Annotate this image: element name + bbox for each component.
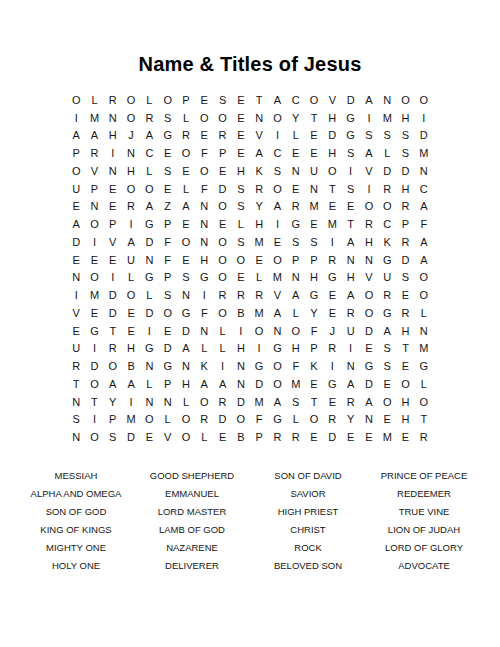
worksheet-page: Name & Titles of Jesus OLROLOPESETACOVDA… [0,0,500,647]
grid-cell: I [250,340,268,358]
grid-cell: O [140,180,158,198]
grid-cell: P [305,340,323,358]
grid-cell: L [287,411,305,429]
grid-cell: S [305,233,323,251]
grid-cell: O [140,411,158,429]
grid-cell: S [378,127,396,145]
grid-cell: I [341,162,359,180]
grid-cell: O [268,180,286,198]
grid-cell: O [415,269,433,287]
grid-cell: A [122,233,140,251]
grid-cell: L [378,144,396,162]
grid-cell: N [232,375,250,393]
grid-cell: F [195,304,213,322]
grid-cell: T [104,322,122,340]
grid-cell: O [268,357,286,375]
grid-cell: Y [341,411,359,429]
grid-cell: N [140,251,158,269]
grid-cell: I [360,109,378,127]
grid-cell: O [415,393,433,411]
word-bank-item: SON OF DAVID [250,467,366,485]
grid-cell: S [287,393,305,411]
grid-cell: A [415,198,433,216]
grid-cell: D [140,304,158,322]
grid-cell: T [85,393,103,411]
word-bank-item: SAVIOR [250,485,366,503]
grid-cell: E [305,428,323,446]
grid-cell: A [195,375,213,393]
grid-cell: D [323,127,341,145]
grid-cell: S [159,162,177,180]
grid-cell: D [415,127,433,145]
grid-cell: M [85,109,103,127]
grid-cell: A [378,322,396,340]
grid-cell: D [159,340,177,358]
grid-cell: I [323,357,341,375]
word-bank-item: EMMANUEL [134,485,250,503]
grid-cell: A [177,198,195,216]
grid-cell: H [195,251,213,269]
word-bank-item: BELOVED SON [250,557,366,575]
word-bank-item: LAMB OF GOD [134,521,250,539]
grid-cell: G [159,127,177,145]
grid-cell: F [159,251,177,269]
grid-cell: E [305,127,323,145]
grid-cell: I [85,233,103,251]
grid-cell: C [378,215,396,233]
grid-cell: E [140,428,158,446]
grid-cell: E [85,251,103,269]
word-bank-item: HIGH PRIEST [250,503,366,521]
grid-cell: O [195,393,213,411]
grid-cell: A [268,393,286,411]
grid-cell: O [360,198,378,216]
grid-cell: N [378,91,396,109]
word-bank-item: REDEEMER [366,485,482,503]
grid-cell: A [140,198,158,216]
grid-cell: E [396,428,414,446]
grid-cell: L [287,127,305,145]
word-bank-item: DELIVERER [134,557,250,575]
grid-cell: S [378,340,396,358]
grid-cell: L [177,180,195,198]
grid-cell: M [250,304,268,322]
grid-cell: P [159,215,177,233]
grid-cell: G [323,269,341,287]
grid-cell: I [268,215,286,233]
grid-cell: R [104,91,122,109]
grid-cell: I [195,286,213,304]
grid-cell: G [268,411,286,429]
grid-cell: S [159,286,177,304]
grid-cell: R [378,286,396,304]
grid-cell: N [195,198,213,216]
grid-cell: R [396,304,414,322]
grid-cell: R [104,340,122,358]
grid-cell: H [104,127,122,145]
grid-cell: R [250,180,268,198]
grid-cell: G [378,304,396,322]
grid-cell: O [213,269,231,287]
grid-cell: P [213,144,231,162]
grid-cell: K [305,357,323,375]
grid-cell: B [122,357,140,375]
grid-cell: I [104,269,122,287]
grid-cell: G [140,215,158,233]
grid-cell: G [140,269,158,287]
grid-cell: N [287,269,305,287]
grid-cell: O [268,375,286,393]
grid-cell: O [415,286,433,304]
grid-cell: I [268,127,286,145]
grid-cell: I [122,393,140,411]
grid-cell: C [287,91,305,109]
grid-cell: O [287,322,305,340]
grid-cell: E [104,251,122,269]
grid-cell: E [232,269,250,287]
grid-cell: H [396,109,414,127]
grid-cell: F [305,322,323,340]
grid-cell: D [213,180,231,198]
grid-cell: G [287,215,305,233]
grid-cell: S [232,198,250,216]
grid-cell: N [104,109,122,127]
grid-cell: H [396,411,414,429]
grid-cell: N [67,269,85,287]
word-bank-item: GOOD SHEPHERD [134,467,250,485]
grid-cell: S [232,233,250,251]
grid-cell: E [104,198,122,216]
grid-cell: E [232,109,250,127]
grid-cell: D [104,304,122,322]
grid-cell: I [67,109,85,127]
grid-cell: L [85,91,103,109]
grid-cell: L [140,162,158,180]
grid-cell: D [360,322,378,340]
grid-cell: E [67,322,85,340]
grid-cell: S [378,357,396,375]
grid-cell: N [195,322,213,340]
grid-cell: O [213,198,231,216]
grid-cell: S [396,127,414,145]
grid-cell: H [323,144,341,162]
grid-cell: M [250,393,268,411]
grid-cell: I [104,144,122,162]
grid-cell: E [396,286,414,304]
grid-cell: R [415,428,433,446]
grid-cell: B [232,304,250,322]
grid-cell: H [396,180,414,198]
grid-cell: R [268,428,286,446]
grid-cell: O [122,180,140,198]
grid-cell: H [323,109,341,127]
grid-cell: N [360,411,378,429]
grid-cell: L [213,340,231,358]
grid-cell: S [341,180,359,198]
grid-cell: D [122,428,140,446]
grid-cell: N [287,162,305,180]
grid-cell: N [67,393,85,411]
grid-cell: O [378,393,396,411]
grid-cell: A [268,304,286,322]
grid-cell: E [360,340,378,358]
grid-cell: G [268,340,286,358]
grid-cell: U [341,322,359,340]
grid-cell: O [85,215,103,233]
word-bank-item: LORD MASTER [134,503,250,521]
grid-cell: A [104,375,122,393]
grid-cell: O [85,269,103,287]
grid-cell: L [122,269,140,287]
grid-cell: S [232,180,250,198]
grid-cell: N [140,393,158,411]
grid-cell: O [396,375,414,393]
grid-cell: I [122,215,140,233]
grid-cell: L [177,393,195,411]
grid-cell: A [140,127,158,145]
grid-cell: V [323,91,341,109]
grid-cell: A [213,375,231,393]
grid-cell: K [378,233,396,251]
grid-cell: E [85,304,103,322]
grid-cell: A [268,91,286,109]
grid-cell: S [67,411,85,429]
grid-cell: A [360,144,378,162]
grid-cell: T [341,215,359,233]
grid-cell: H [232,340,250,358]
word-bank-item: LION OF JUDAH [366,521,482,539]
grid-cell: S [213,91,231,109]
grid-cell: I [415,109,433,127]
grid-cell: F [415,215,433,233]
grid-cell: M [415,144,433,162]
grid-cell: T [305,109,323,127]
grid-cell: P [104,215,122,233]
grid-cell: G [85,322,103,340]
grid-cell: P [287,251,305,269]
grid-cell: D [104,286,122,304]
grid-cell: N [232,357,250,375]
grid-cell: O [360,304,378,322]
grid-cell: E [159,144,177,162]
grid-cell: U [378,269,396,287]
grid-cell: V [104,233,122,251]
grid-cell: D [67,233,85,251]
grid-cell: E [213,162,231,180]
grid-cell: E [323,393,341,411]
grid-cell: O [396,91,414,109]
grid-cell: A [360,393,378,411]
grid-cell: V [360,162,378,180]
grid-cell: O [305,91,323,109]
grid-cell: U [67,340,85,358]
word-bank-column: GOOD SHEPHERDEMMANUELLORD MASTERLAMB OF … [134,467,250,575]
grid-cell: O [122,91,140,109]
grid-cell: E [67,198,85,216]
word-bank-item: SON OF GOD [18,503,134,521]
grid-cell: V [360,269,378,287]
grid-cell: O [305,411,323,429]
grid-cell: O [177,233,195,251]
grid-cell: I [85,340,103,358]
grid-cell: A [85,127,103,145]
grid-cell: O [268,251,286,269]
grid-cell: R [396,198,414,216]
grid-cell: E [177,162,195,180]
grid-cell: N [195,233,213,251]
grid-cell: O [177,428,195,446]
grid-cell: L [140,286,158,304]
grid-cell: T [415,411,433,429]
grid-cell: Y [305,304,323,322]
grid-cell: L [287,304,305,322]
grid-cell: A [415,233,433,251]
grid-cell: E [341,428,359,446]
grid-cell: H [287,340,305,358]
grid-cell: V [250,127,268,145]
grid-cell: J [122,127,140,145]
grid-cell: O [195,109,213,127]
grid-cell: K [195,357,213,375]
grid-cell: D [323,428,341,446]
grid-cell: R [323,251,341,269]
grid-cell: R [287,198,305,216]
grid-cell: D [85,357,103,375]
grid-cell: L [232,215,250,233]
grid-cell: R [67,357,85,375]
grid-cell: O [213,251,231,269]
word-bank-item: LORD OF GLORY [366,539,482,557]
grid-cell: N [415,322,433,340]
grid-cell: G [250,357,268,375]
grid-cell: P [177,91,195,109]
grid-cell: P [85,180,103,198]
grid-cell: A [67,127,85,145]
grid-cell: E [305,375,323,393]
grid-cell: E [341,198,359,216]
grid-cell: R [232,286,250,304]
grid-cell: H [360,233,378,251]
grid-cell: G [341,109,359,127]
grid-cell: G [341,127,359,145]
grid-cell: E [122,322,140,340]
grid-cell: A [177,340,195,358]
grid-cell: E [378,375,396,393]
grid-cell: D [396,251,414,269]
grid-cell: E [287,144,305,162]
grid-cell: O [195,162,213,180]
grid-cell: F [250,411,268,429]
grid-cell: A [341,375,359,393]
grid-cell: L [195,340,213,358]
grid-cell: E [268,233,286,251]
grid-cell: R [360,215,378,233]
grid-cell: O [213,233,231,251]
word-bank-column: SON OF DAVIDSAVIORHIGH PRIESTCHRISTROCKB… [250,467,366,575]
grid-cell: G [378,251,396,269]
grid-cell: C [140,144,158,162]
grid-cell: O [67,162,85,180]
grid-cell: T [305,393,323,411]
grid-cell: F [195,144,213,162]
grid-cell: E [159,180,177,198]
grid-cell: N [177,286,195,304]
grid-cell: D [360,375,378,393]
grid-cell: R [213,286,231,304]
grid-cell: S [159,109,177,127]
grid-cell: M [378,428,396,446]
grid-cell: C [268,144,286,162]
grid-cell: T [67,375,85,393]
grid-cell: U [305,162,323,180]
grid-cell: P [67,144,85,162]
grid-cell: T [396,340,414,358]
grid-cell: E [213,215,231,233]
grid-cell: O [122,286,140,304]
grid-cell: E [287,180,305,198]
grid-cell: R [341,393,359,411]
grid-cell: O [159,91,177,109]
grid-cell: I [85,411,103,429]
grid-cell: L [159,411,177,429]
grid-cell: N [360,251,378,269]
grid-cell: R [140,109,158,127]
grid-cell: N [177,357,195,375]
word-bank-item: ADVOCATE [366,557,482,575]
word-bank-item: ROCK [250,539,366,557]
grid-cell: T [323,180,341,198]
grid-cell: S [104,428,122,446]
grid-cell: R [177,127,195,145]
grid-cell: V [268,286,286,304]
grid-cell: R [122,198,140,216]
grid-cell: E [378,411,396,429]
grid-cell: L [140,375,158,393]
grid-cell: E [250,251,268,269]
grid-cell: O [250,322,268,340]
word-bank-item: CHRIST [250,521,366,539]
grid-cell: D [396,162,414,180]
grid-cell: H [341,269,359,287]
word-bank-item: KING OF KINGS [18,521,134,539]
grid-cell: P [159,269,177,287]
grid-cell: O [104,357,122,375]
grid-cell: G [360,357,378,375]
grid-cell: O [85,375,103,393]
grid-cell: R [195,411,213,429]
grid-cell: N [341,251,359,269]
grid-cell: Y [250,198,268,216]
grid-cell: M [378,109,396,127]
grid-cell: I [140,322,158,340]
grid-cell: N [140,357,158,375]
grid-cell: O [232,411,250,429]
word-bank-item: NAZARENE [134,539,250,557]
grid-cell: L [213,322,231,340]
grid-cell: N [415,162,433,180]
grid-cell: E [159,322,177,340]
grid-cell: E [213,428,231,446]
grid-cell: A [415,251,433,269]
grid-cell: Z [159,198,177,216]
grid-cell: H [396,393,414,411]
grid-cell: E [122,304,140,322]
grid-cell: A [341,233,359,251]
grid-cell: K [250,162,268,180]
grid-cell: A [122,375,140,393]
grid-cell: O [232,251,250,269]
grid-cell: A [67,215,85,233]
